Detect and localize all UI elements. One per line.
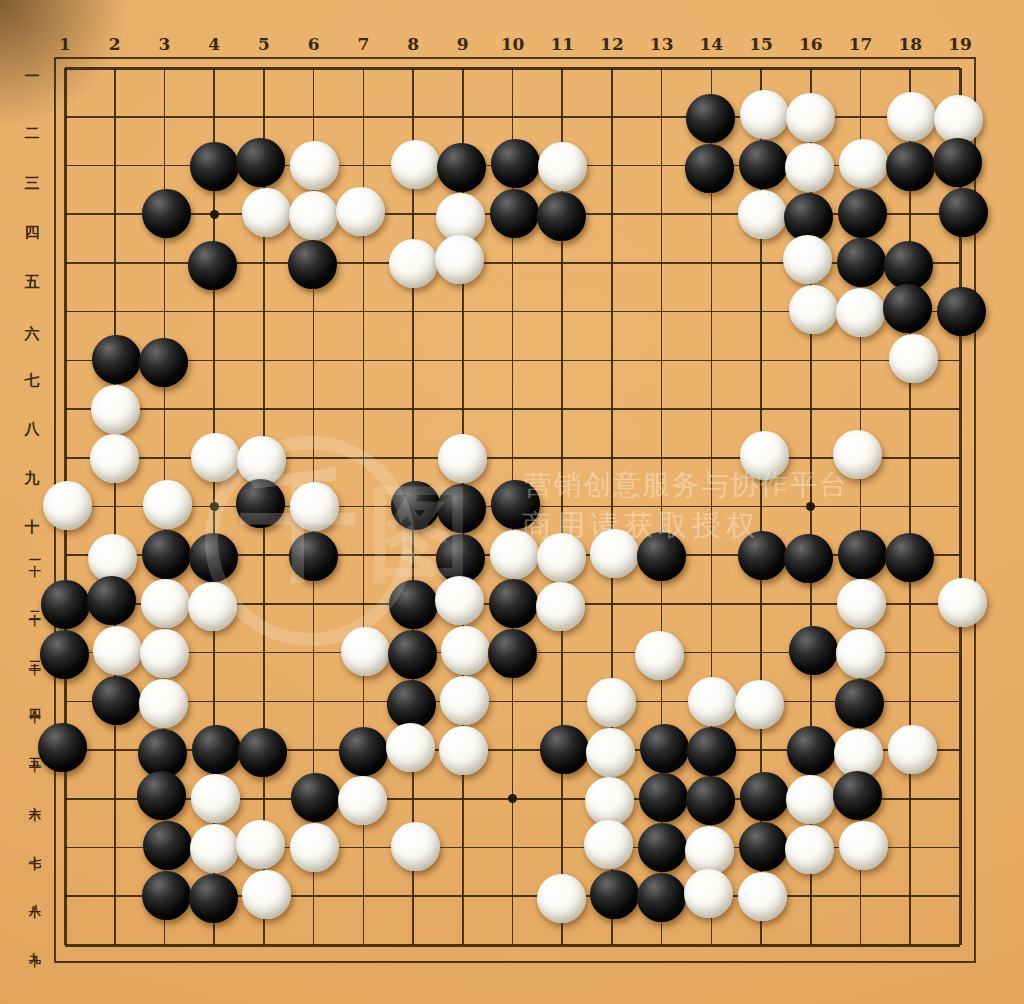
white-stone: [43, 481, 92, 530]
white-stone: [242, 870, 291, 919]
white-stone: [740, 431, 789, 480]
black-stone: [784, 534, 833, 583]
black-stone: [685, 144, 734, 193]
white-stone: [538, 142, 587, 191]
white-stone: [290, 823, 339, 872]
white-stone: [336, 187, 385, 236]
black-stone: [142, 530, 191, 579]
grid-line-horizontal: [65, 701, 960, 703]
column-label: 14: [694, 34, 728, 54]
white-stone: [836, 629, 885, 678]
row-label: 十八: [15, 881, 41, 911]
row-label: 三: [15, 156, 41, 174]
white-stone: [834, 729, 883, 778]
white-stone: [389, 239, 438, 288]
black-stone: [192, 725, 241, 774]
white-stone: [290, 482, 339, 531]
black-stone: [883, 284, 932, 333]
white-stone: [490, 530, 539, 579]
white-stone: [439, 726, 488, 775]
white-stone: [839, 139, 888, 188]
black-stone: [884, 241, 933, 290]
black-stone: [238, 728, 287, 777]
black-stone: [189, 533, 238, 582]
row-label: 十四: [15, 686, 41, 716]
black-stone: [738, 531, 787, 580]
row-label: 十七: [15, 833, 41, 863]
black-stone: [885, 533, 934, 582]
go-board-photo: 12345678910111213141516171819 一二三四五六七八九十…: [0, 0, 1024, 1004]
black-stone: [687, 727, 736, 776]
black-stone: [38, 723, 87, 772]
white-stone: [635, 631, 684, 680]
white-stone: [738, 872, 787, 921]
column-label: 4: [197, 34, 231, 54]
row-label: 二: [15, 108, 41, 126]
black-stone: [739, 140, 788, 189]
row-label: 十三: [15, 638, 41, 668]
white-stone: [88, 534, 137, 583]
white-stone: [289, 191, 338, 240]
black-stone: [637, 532, 686, 581]
row-label: 六: [15, 303, 41, 321]
white-stone: [91, 385, 140, 434]
black-stone: [937, 287, 986, 336]
row-label: 十一: [15, 540, 41, 570]
white-stone: [537, 874, 586, 923]
row-label: 四: [15, 205, 41, 223]
white-stone: [140, 629, 189, 678]
white-stone: [537, 533, 586, 582]
white-stone: [738, 190, 787, 239]
white-stone: [139, 679, 188, 728]
column-label: 2: [98, 34, 132, 54]
black-stone: [142, 871, 191, 920]
black-stone: [137, 771, 186, 820]
row-label: 五: [15, 254, 41, 272]
column-label: 6: [297, 34, 331, 54]
white-stone: [586, 728, 635, 777]
black-stone: [640, 724, 689, 773]
black-stone: [41, 580, 90, 629]
white-stone: [740, 90, 789, 139]
white-stone: [440, 676, 489, 725]
column-label: 10: [496, 34, 530, 54]
black-stone: [142, 189, 191, 238]
row-label: 十五: [15, 735, 41, 765]
column-label: 8: [396, 34, 430, 54]
white-stone: [338, 776, 387, 825]
row-label: 十二: [15, 589, 41, 619]
column-label: 19: [943, 34, 977, 54]
white-stone: [436, 193, 485, 242]
black-stone: [391, 481, 440, 530]
row-label: 十九: [15, 930, 41, 960]
black-stone: [488, 629, 537, 678]
column-label: 11: [545, 34, 579, 54]
black-stone: [388, 630, 437, 679]
black-stone: [886, 142, 935, 191]
white-stone: [143, 480, 192, 529]
black-stone: [590, 870, 639, 919]
black-stone: [188, 241, 237, 290]
row-label: 八: [15, 400, 41, 418]
white-stone: [386, 723, 435, 772]
star-point: [210, 502, 219, 511]
row-label: 一: [15, 59, 41, 77]
black-stone: [686, 94, 735, 143]
white-stone: [190, 824, 239, 873]
column-label: 18: [893, 34, 927, 54]
white-stone: [587, 678, 636, 727]
black-stone: [784, 193, 833, 242]
black-stone: [437, 143, 486, 192]
white-stone: [833, 430, 882, 479]
column-label: 3: [147, 34, 181, 54]
black-stone: [491, 480, 540, 529]
black-stone: [236, 138, 285, 187]
white-stone: [188, 582, 237, 631]
white-stone: [341, 627, 390, 676]
column-label: 13: [645, 34, 679, 54]
black-stone: [190, 142, 239, 191]
white-stone: [839, 821, 888, 870]
column-label: 16: [794, 34, 828, 54]
black-stone: [933, 138, 982, 187]
white-stone: [889, 334, 938, 383]
black-stone: [540, 725, 589, 774]
black-stone: [92, 676, 141, 725]
black-stone: [638, 823, 687, 872]
black-stone: [835, 679, 884, 728]
black-stone: [437, 484, 486, 533]
column-label: 15: [744, 34, 778, 54]
black-stone: [838, 530, 887, 579]
black-stone: [490, 189, 539, 238]
black-stone: [740, 772, 789, 821]
column-label: 17: [844, 34, 878, 54]
black-stone: [787, 726, 836, 775]
white-stone: [191, 433, 240, 482]
star-point: [210, 210, 219, 219]
white-stone: [887, 92, 936, 141]
white-stone: [391, 140, 440, 189]
black-stone: [289, 532, 338, 581]
black-stone: [92, 335, 141, 384]
grid-line-horizontal: [65, 944, 960, 947]
white-stone: [536, 582, 585, 631]
black-stone: [686, 776, 735, 825]
black-stone: [436, 534, 485, 583]
black-stone: [637, 873, 686, 922]
white-stone: [938, 578, 987, 627]
black-stone: [537, 192, 586, 241]
row-label: 十: [15, 498, 41, 516]
row-label: 九: [15, 449, 41, 467]
column-label: 12: [595, 34, 629, 54]
black-stone: [139, 338, 188, 387]
black-stone: [143, 821, 192, 870]
white-stone: [391, 822, 440, 871]
white-stone: [836, 288, 885, 337]
black-stone: [339, 727, 388, 776]
black-stone: [40, 630, 89, 679]
black-stone: [387, 680, 436, 729]
column-label: 7: [346, 34, 380, 54]
row-label: 十六: [15, 784, 41, 814]
white-stone: [191, 774, 240, 823]
white-stone: [242, 188, 291, 237]
white-stone: [785, 143, 834, 192]
white-stone: [290, 141, 339, 190]
row-label: 七: [15, 351, 41, 369]
black-stone: [739, 822, 788, 871]
black-stone: [138, 729, 187, 778]
white-stone: [688, 677, 737, 726]
black-stone: [491, 139, 540, 188]
white-stone: [684, 869, 733, 918]
white-stone: [888, 725, 937, 774]
white-stone: [590, 529, 639, 578]
black-stone: [389, 580, 438, 629]
grid-line-vertical: [909, 68, 911, 945]
column-label: 1: [48, 34, 82, 54]
white-stone: [934, 95, 983, 144]
column-label: 5: [247, 34, 281, 54]
white-stone: [685, 826, 734, 875]
black-stone: [939, 188, 988, 237]
black-stone: [189, 874, 238, 923]
black-stone: [838, 189, 887, 238]
column-label: 9: [446, 34, 480, 54]
white-stone: [735, 680, 784, 729]
